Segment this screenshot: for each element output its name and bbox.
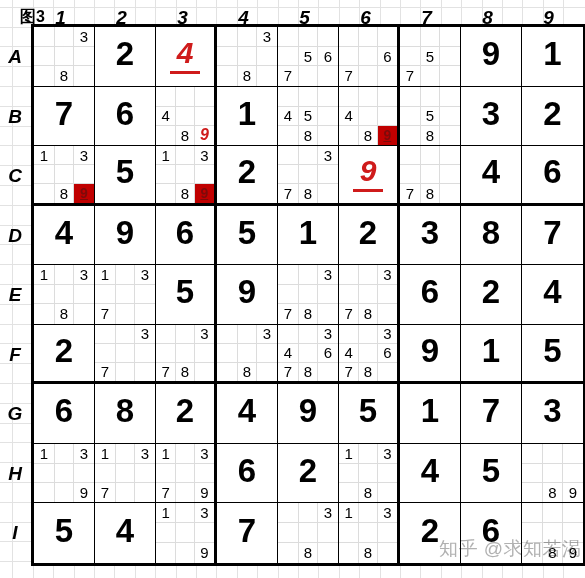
cell-F3[interactable]: 378	[156, 325, 217, 385]
digit-text: 5	[540, 334, 564, 372]
digit-text: 1	[296, 216, 320, 254]
digit-text: 6	[113, 97, 137, 135]
candidate-8: 8	[542, 483, 562, 503]
candidate-1: 1	[34, 444, 54, 464]
cell-G9[interactable]: 3	[522, 384, 583, 444]
candidate-7: 7	[156, 483, 175, 503]
solved-digit-red: 4	[156, 27, 214, 86]
cell-C1[interactable]: 1389	[34, 146, 95, 206]
cell-A2[interactable]: 2	[95, 27, 156, 87]
digit-text: 4	[113, 514, 137, 552]
cell-G1[interactable]: 6	[34, 384, 95, 444]
candidate-4: 4	[339, 106, 358, 126]
cell-G3[interactable]: 2	[156, 384, 217, 444]
given-digit: 4	[461, 146, 521, 203]
digit-text: 4	[540, 275, 564, 313]
cell-H2[interactable]: 137	[95, 444, 156, 504]
cell-D5[interactable]: 1	[278, 206, 339, 266]
candidate-3: 3	[318, 265, 338, 285]
digit-text: 1	[418, 394, 442, 432]
row-header-D: D	[8, 226, 22, 245]
digit-text: 6	[52, 394, 76, 432]
digit-text: 2	[52, 334, 76, 372]
given-digit: 9	[95, 206, 155, 265]
col-header-8: 8	[482, 8, 493, 27]
row-header-A: A	[8, 47, 22, 66]
candidate-3: 3	[318, 325, 338, 344]
given-digit: 2	[95, 27, 155, 86]
candidate-8: 8	[358, 304, 377, 324]
candidate-3: 3	[378, 265, 397, 285]
candidate-1: 1	[156, 444, 175, 464]
cell-F1[interactable]: 2	[34, 325, 95, 385]
cell-D3[interactable]: 6	[156, 206, 217, 266]
candidate-9: 9	[378, 126, 397, 146]
given-digit: 9	[400, 325, 460, 382]
candidate-8: 8	[237, 66, 257, 86]
candidate-8: 8	[298, 184, 318, 203]
cell-B5[interactable]: 458	[278, 87, 339, 147]
digit-text: 6	[540, 155, 564, 193]
row-header-C: C	[8, 166, 22, 185]
given-digit: 2	[156, 384, 214, 443]
cell-C3[interactable]: 1389	[156, 146, 217, 206]
row-headers: ABCDEFGHI	[0, 27, 30, 563]
candidate-3: 3	[378, 444, 397, 464]
digit-text: 3	[418, 216, 442, 254]
cell-E5[interactable]: 378	[278, 265, 339, 325]
candidate-3: 3	[195, 325, 214, 344]
solved-digit-red: 9	[339, 146, 397, 203]
cell-H5[interactable]: 2	[278, 444, 339, 504]
candidate-8: 8	[420, 126, 440, 146]
candidate-1: 1	[34, 265, 54, 285]
candidate-3: 3	[74, 146, 94, 165]
given-digit: 6	[400, 265, 460, 324]
candidate-5: 5	[298, 47, 318, 67]
digit-text: 7	[52, 97, 76, 135]
given-digit: 7	[217, 503, 277, 563]
digit-text: 5	[113, 155, 137, 193]
digit-text: 5	[356, 394, 380, 432]
row-header-E: E	[9, 285, 22, 304]
candidate-4: 4	[156, 106, 175, 126]
given-digit: 5	[339, 384, 397, 443]
cell-C6[interactable]: 9	[339, 146, 400, 206]
cell-B8[interactable]: 3	[461, 87, 522, 147]
cell-I2[interactable]: 4	[95, 503, 156, 563]
candidate-9: 9	[74, 184, 94, 203]
cell-C2[interactable]: 5	[95, 146, 156, 206]
candidate-6: 6	[378, 47, 397, 67]
digit-text: 7	[235, 514, 259, 552]
given-digit: 4	[522, 265, 583, 324]
given-digit: 4	[34, 206, 94, 265]
cell-D8[interactable]: 8	[461, 206, 522, 266]
digit-text: 9	[235, 275, 259, 313]
digit-text: 4	[170, 38, 201, 74]
candidate-8: 8	[298, 543, 318, 563]
watermark: 知乎 @求知若渴	[439, 536, 582, 562]
candidate-8: 8	[358, 126, 377, 146]
candidate-8: 8	[420, 184, 440, 203]
candidate-1: 1	[34, 146, 54, 165]
given-digit: 8	[461, 206, 521, 265]
cell-G5[interactable]: 9	[278, 384, 339, 444]
cell-D6[interactable]: 2	[339, 206, 400, 266]
given-digit: 6	[156, 206, 214, 265]
page: { "game": "sudoku", "figure_label": "图3"…	[0, 0, 585, 578]
digit-text: 2	[235, 155, 259, 193]
given-digit: 2	[339, 206, 397, 265]
cell-B2[interactable]: 6	[95, 87, 156, 147]
cell-A9[interactable]: 1	[522, 27, 583, 87]
cell-E7[interactable]: 6	[400, 265, 461, 325]
cell-E6[interactable]: 378	[339, 265, 400, 325]
candidate-7: 7	[400, 66, 420, 86]
digit-text: 4	[479, 155, 503, 193]
digit-text: 2	[296, 454, 320, 492]
cell-G8[interactable]: 7	[461, 384, 522, 444]
candidate-3: 3	[74, 27, 94, 47]
candidate-8: 8	[298, 126, 318, 146]
col-header-4: 4	[238, 8, 249, 27]
given-digit: 5	[522, 325, 583, 382]
candidate-3: 3	[135, 325, 155, 344]
digit-text: 2	[173, 394, 197, 432]
candidate-1: 1	[339, 444, 358, 464]
candidate-7: 7	[339, 362, 358, 381]
cell-I5[interactable]: 38	[278, 503, 339, 563]
candidate-6: 6	[378, 343, 397, 362]
given-digit: 4	[95, 503, 155, 563]
cell-H1[interactable]: 139	[34, 444, 95, 504]
cell-I3[interactable]: 139	[156, 503, 217, 563]
row-header-G: G	[8, 404, 23, 423]
given-digit: 8	[95, 384, 155, 443]
candidate-7: 7	[95, 304, 115, 324]
given-digit: 2	[217, 146, 277, 203]
cell-D4[interactable]: 5	[217, 206, 278, 266]
col-header-5: 5	[299, 8, 310, 27]
digit-text: 4	[418, 454, 442, 492]
candidate-3: 3	[378, 503, 397, 523]
given-digit: 1	[217, 87, 277, 146]
candidate-3: 3	[195, 444, 214, 464]
cell-E4[interactable]: 9	[217, 265, 278, 325]
candidate-8: 8	[54, 304, 74, 324]
cell-A7[interactable]: 57	[400, 27, 461, 87]
digit-text: 8	[479, 216, 503, 254]
row-header-H: H	[8, 464, 22, 483]
given-digit: 5	[156, 265, 214, 324]
candidate-1: 1	[95, 265, 115, 285]
candidate-8: 8	[298, 304, 318, 324]
cell-I4[interactable]: 7	[217, 503, 278, 563]
cell-F6[interactable]: 34678	[339, 325, 400, 385]
candidate-9: 9	[74, 483, 94, 503]
cell-D2[interactable]: 9	[95, 206, 156, 266]
candidate-7: 7	[278, 66, 298, 86]
candidate-3: 3	[195, 146, 214, 165]
given-digit: 5	[34, 503, 94, 563]
digit-text: 9	[479, 37, 503, 75]
cell-A6[interactable]: 67	[339, 27, 400, 87]
candidate-7: 7	[278, 304, 298, 324]
cell-F2[interactable]: 37	[95, 325, 156, 385]
candidate-8: 8	[175, 362, 194, 381]
column-headers: 123456789	[34, 0, 583, 25]
cell-A4[interactable]: 38	[217, 27, 278, 87]
given-digit: 6	[34, 384, 94, 443]
cell-G4[interactable]: 4	[217, 384, 278, 444]
digit-text: 6	[418, 275, 442, 313]
digit-text: 5	[52, 514, 76, 552]
given-digit: 6	[95, 87, 155, 146]
col-header-3: 3	[177, 8, 188, 27]
given-digit: 7	[461, 384, 521, 443]
digit-text: 5	[235, 216, 259, 254]
row-header-F: F	[9, 345, 21, 364]
cell-D9[interactable]: 7	[522, 206, 583, 266]
digit-text: 3	[479, 97, 503, 135]
candidate-9: 9	[195, 126, 214, 146]
cell-E2[interactable]: 137	[95, 265, 156, 325]
col-header-1: 1	[55, 8, 66, 27]
cell-F7[interactable]: 9	[400, 325, 461, 385]
cell-G2[interactable]: 8	[95, 384, 156, 444]
cell-H7[interactable]: 4	[400, 444, 461, 504]
cell-F9[interactable]: 5	[522, 325, 583, 385]
candidate-3: 3	[135, 265, 155, 285]
cell-B7[interactable]: 58	[400, 87, 461, 147]
digit-text: 7	[540, 216, 564, 254]
given-digit: 9	[461, 27, 521, 86]
candidate-7: 7	[278, 362, 298, 381]
candidate-3: 3	[257, 27, 277, 47]
candidate-3: 3	[378, 325, 397, 344]
candidate-1: 1	[95, 444, 115, 464]
digit-text: 9	[113, 216, 137, 254]
given-digit: 2	[278, 444, 338, 503]
cell-C4[interactable]: 2	[217, 146, 278, 206]
given-digit: 6	[522, 146, 583, 203]
candidate-8: 8	[54, 66, 74, 86]
digit-text: 6	[173, 216, 197, 254]
cell-D1[interactable]: 4	[34, 206, 95, 266]
candidate-8: 8	[54, 184, 74, 203]
given-digit: 4	[217, 384, 277, 443]
cell-B1[interactable]: 7	[34, 87, 95, 147]
given-digit: 7	[34, 87, 94, 146]
digit-text: 2	[540, 97, 564, 135]
candidate-8: 8	[237, 362, 257, 381]
cell-F5[interactable]: 34678	[278, 325, 339, 385]
candidate-7: 7	[339, 66, 358, 86]
cell-A8[interactable]: 9	[461, 27, 522, 87]
cell-B9[interactable]: 2	[522, 87, 583, 147]
candidate-7: 7	[95, 362, 115, 381]
candidate-5: 5	[420, 47, 440, 67]
candidate-3: 3	[135, 444, 155, 464]
candidate-1: 1	[156, 503, 175, 523]
cell-H9[interactable]: 89	[522, 444, 583, 504]
digit-text: 7	[479, 394, 503, 432]
given-digit: 7	[522, 206, 583, 265]
col-header-2: 2	[116, 8, 127, 27]
given-digit: 9	[217, 265, 277, 324]
col-header-9: 9	[543, 8, 554, 27]
cell-B4[interactable]: 1	[217, 87, 278, 147]
digit-text: 9	[296, 394, 320, 432]
cell-E1[interactable]: 138	[34, 265, 95, 325]
digit-text: 3	[540, 394, 564, 432]
candidate-8: 8	[175, 126, 194, 146]
col-header-6: 6	[360, 8, 371, 27]
digit-text: 8	[113, 394, 137, 432]
given-digit: 2	[522, 87, 583, 146]
given-digit: 3	[400, 206, 460, 265]
candidate-6: 6	[318, 47, 338, 67]
cell-G6[interactable]: 5	[339, 384, 400, 444]
given-digit: 5	[95, 146, 155, 203]
cell-E3[interactable]: 5	[156, 265, 217, 325]
digit-text: 1	[479, 334, 503, 372]
candidate-3: 3	[74, 444, 94, 464]
candidate-7: 7	[95, 483, 115, 503]
digit-text: 5	[479, 454, 503, 492]
digit-text: 9	[353, 156, 384, 192]
cell-A1[interactable]: 38	[34, 27, 95, 87]
cell-I1[interactable]: 5	[34, 503, 95, 563]
cell-A5[interactable]: 567	[278, 27, 339, 87]
candidate-3: 3	[257, 325, 277, 344]
given-digit: 1	[278, 206, 338, 265]
digit-text: 9	[418, 334, 442, 372]
candidate-8: 8	[358, 483, 377, 503]
digit-text: 4	[52, 216, 76, 254]
candidate-5: 5	[420, 106, 440, 126]
candidate-7: 7	[400, 184, 420, 203]
cell-I6[interactable]: 138	[339, 503, 400, 563]
digit-text: 2	[479, 275, 503, 313]
given-digit: 9	[278, 384, 338, 443]
candidate-4: 4	[278, 106, 298, 126]
row-header-I: I	[12, 523, 17, 542]
candidate-8: 8	[358, 362, 377, 381]
digit-text: 6	[235, 454, 259, 492]
digit-text: 4	[235, 394, 259, 432]
given-digit: 1	[461, 325, 521, 382]
given-digit: 5	[217, 206, 277, 265]
candidate-9: 9	[563, 483, 583, 503]
candidate-4: 4	[339, 343, 358, 362]
candidate-5: 5	[298, 106, 318, 126]
digit-text: 2	[356, 216, 380, 254]
given-digit: 3	[461, 87, 521, 146]
given-digit: 5	[461, 444, 521, 503]
candidate-4: 4	[278, 343, 298, 362]
cell-C5[interactable]: 378	[278, 146, 339, 206]
candidate-3: 3	[74, 265, 94, 285]
col-header-7: 7	[421, 8, 432, 27]
sudoku-board: 3824385676757917648914584895832138951389…	[31, 24, 585, 566]
given-digit: 6	[217, 444, 277, 503]
row-header-B: B	[8, 107, 22, 126]
cell-F8[interactable]: 1	[461, 325, 522, 385]
candidate-8: 8	[358, 543, 377, 563]
digit-text: 1	[235, 97, 259, 135]
given-digit: 1	[400, 384, 460, 443]
candidate-3: 3	[195, 503, 214, 523]
digit-text: 1	[540, 37, 564, 75]
cell-G7[interactable]: 1	[400, 384, 461, 444]
candidate-6: 6	[318, 343, 338, 362]
given-digit: 2	[34, 325, 94, 382]
candidate-7: 7	[339, 304, 358, 324]
cell-C9[interactable]: 6	[522, 146, 583, 206]
given-digit: 1	[522, 27, 583, 86]
candidate-9: 9	[195, 543, 214, 563]
candidate-8: 8	[298, 362, 318, 381]
candidate-9: 9	[195, 184, 214, 203]
cell-B3[interactable]: 489	[156, 87, 217, 147]
cell-E9[interactable]: 4	[522, 265, 583, 325]
cell-H3[interactable]: 1379	[156, 444, 217, 504]
candidate-7: 7	[278, 184, 298, 203]
candidate-3: 3	[318, 146, 338, 165]
cell-A3[interactable]: 4	[156, 27, 217, 87]
candidate-1: 1	[339, 503, 358, 523]
cell-E8[interactable]: 2	[461, 265, 522, 325]
candidate-8: 8	[175, 184, 194, 203]
given-digit: 2	[461, 265, 521, 324]
digit-text: 2	[113, 37, 137, 75]
candidate-9: 9	[195, 483, 214, 503]
cell-H6[interactable]: 138	[339, 444, 400, 504]
cell-H4[interactable]: 6	[217, 444, 278, 504]
cell-C7[interactable]: 78	[400, 146, 461, 206]
cell-D7[interactable]: 3	[400, 206, 461, 266]
given-digit: 4	[400, 444, 460, 503]
cell-C8[interactable]: 4	[461, 146, 522, 206]
cell-F4[interactable]: 38	[217, 325, 278, 385]
candidate-7: 7	[156, 362, 175, 381]
candidate-1: 1	[156, 146, 175, 165]
candidate-3: 3	[318, 503, 338, 523]
given-digit: 3	[522, 384, 583, 443]
cell-H8[interactable]: 5	[461, 444, 522, 504]
digit-text: 5	[173, 275, 197, 313]
cell-B6[interactable]: 489	[339, 87, 400, 147]
